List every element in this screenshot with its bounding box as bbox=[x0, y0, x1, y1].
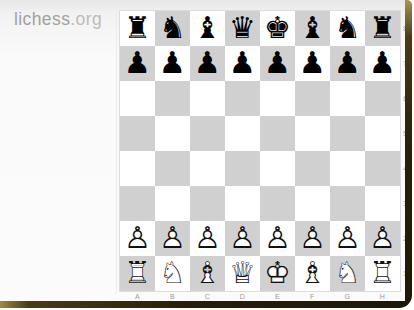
column-divider bbox=[116, 12, 117, 294]
square-a1[interactable]: ♜♖ bbox=[120, 256, 155, 291]
square-g2[interactable]: ♟♙ bbox=[330, 221, 365, 256]
square-a5[interactable] bbox=[120, 116, 155, 151]
square-b4[interactable] bbox=[155, 151, 190, 186]
logo-text-main: lichess bbox=[14, 9, 70, 29]
square-f8[interactable]: ♝ bbox=[295, 11, 330, 46]
piece-black-rook[interactable]: ♜ bbox=[120, 11, 155, 46]
square-b6[interactable] bbox=[155, 81, 190, 116]
piece-white-pawn[interactable]: ♟♙ bbox=[365, 221, 400, 256]
square-f3[interactable] bbox=[295, 186, 330, 221]
square-g8[interactable]: ♞ bbox=[330, 11, 365, 46]
piece-white-knight[interactable]: ♞♘ bbox=[330, 256, 365, 291]
page-background: lichess.org ♜♞♝♛♚♝♞♜♟♟♟♟♟♟♟♟♟♙♟♙♟♙♟♙♟♙♟♙… bbox=[0, 0, 405, 301]
lichess-logo[interactable]: lichess.org bbox=[14, 9, 102, 30]
square-a7[interactable]: ♟ bbox=[120, 46, 155, 81]
square-d3[interactable] bbox=[225, 186, 260, 221]
piece-white-pawn[interactable]: ♟♙ bbox=[120, 221, 155, 256]
square-h4[interactable] bbox=[365, 151, 400, 186]
piece-outline-layer: ♙ bbox=[225, 221, 260, 256]
piece-glyph: ♟ bbox=[190, 46, 225, 81]
square-h2[interactable]: ♟♙ bbox=[365, 221, 400, 256]
square-f5[interactable] bbox=[295, 116, 330, 151]
piece-outline-layer: ♙ bbox=[120, 221, 155, 256]
square-d4[interactable] bbox=[225, 151, 260, 186]
file-label-c: C bbox=[190, 292, 225, 301]
square-e7[interactable]: ♟ bbox=[260, 46, 295, 81]
square-h8[interactable]: ♜ bbox=[365, 11, 400, 46]
square-b8[interactable]: ♞ bbox=[155, 11, 190, 46]
piece-black-pawn[interactable]: ♟ bbox=[225, 46, 260, 81]
square-a8[interactable]: ♜ bbox=[120, 11, 155, 46]
piece-black-pawn[interactable]: ♟ bbox=[190, 46, 225, 81]
piece-black-knight[interactable]: ♞ bbox=[155, 11, 190, 46]
piece-white-bishop[interactable]: ♝♗ bbox=[295, 256, 330, 291]
piece-black-pawn[interactable]: ♟ bbox=[330, 46, 365, 81]
piece-black-pawn[interactable]: ♟ bbox=[120, 46, 155, 81]
square-f6[interactable] bbox=[295, 81, 330, 116]
frame-border-bottom bbox=[0, 301, 405, 308]
file-label-b: B bbox=[155, 292, 190, 301]
square-d2[interactable]: ♟♙ bbox=[225, 221, 260, 256]
piece-black-queen[interactable]: ♛ bbox=[225, 11, 260, 46]
square-h3[interactable] bbox=[365, 186, 400, 221]
piece-black-pawn[interactable]: ♟ bbox=[365, 46, 400, 81]
piece-glyph: ♞ bbox=[155, 11, 190, 46]
piece-glyph: ♝ bbox=[295, 11, 330, 46]
square-a6[interactable] bbox=[120, 81, 155, 116]
square-e5[interactable] bbox=[260, 116, 295, 151]
square-e2[interactable]: ♟♙ bbox=[260, 221, 295, 256]
piece-glyph: ♝ bbox=[190, 11, 225, 46]
piece-black-pawn[interactable]: ♟ bbox=[295, 46, 330, 81]
piece-black-rook[interactable]: ♜ bbox=[365, 11, 400, 46]
square-f4[interactable] bbox=[295, 151, 330, 186]
piece-outline-layer: ♙ bbox=[155, 221, 190, 256]
piece-glyph: ♟ bbox=[330, 46, 365, 81]
piece-glyph: ♟ bbox=[155, 46, 190, 81]
framed-screenshot: lichess.org ♜♞♝♛♚♝♞♜♟♟♟♟♟♟♟♟♟♙♟♙♟♙♟♙♟♙♟♙… bbox=[0, 0, 412, 308]
piece-white-pawn[interactable]: ♟♙ bbox=[190, 221, 225, 256]
square-d6[interactable] bbox=[225, 81, 260, 116]
piece-black-pawn[interactable]: ♟ bbox=[260, 46, 295, 81]
piece-white-bishop[interactable]: ♝♗ bbox=[190, 256, 225, 291]
piece-glyph: ♜ bbox=[365, 11, 400, 46]
frame-border-right bbox=[405, 0, 412, 308]
piece-outline-layer: ♙ bbox=[190, 221, 225, 256]
piece-black-pawn[interactable]: ♟ bbox=[155, 46, 190, 81]
chess-board[interactable]: ♜♞♝♛♚♝♞♜♟♟♟♟♟♟♟♟♟♙♟♙♟♙♟♙♟♙♟♙♟♙♟♙♜♖♞♘♝♗♛♕… bbox=[119, 10, 401, 292]
square-d8[interactable]: ♛ bbox=[225, 11, 260, 46]
square-h1[interactable]: ♜♖ bbox=[365, 256, 400, 291]
piece-white-pawn[interactable]: ♟♙ bbox=[330, 221, 365, 256]
piece-white-pawn[interactable]: ♟♙ bbox=[295, 221, 330, 256]
square-g7[interactable]: ♟ bbox=[330, 46, 365, 81]
file-label-f: F bbox=[295, 292, 330, 301]
square-c8[interactable]: ♝ bbox=[190, 11, 225, 46]
piece-outline-layer: ♗ bbox=[295, 256, 330, 291]
square-c3[interactable] bbox=[190, 186, 225, 221]
piece-glyph: ♟ bbox=[225, 46, 260, 81]
square-g3[interactable] bbox=[330, 186, 365, 221]
square-h5[interactable] bbox=[365, 116, 400, 151]
piece-outline-layer: ♖ bbox=[120, 256, 155, 291]
square-b3[interactable] bbox=[155, 186, 190, 221]
piece-outline-layer: ♙ bbox=[260, 221, 295, 256]
file-label-a: A bbox=[120, 292, 155, 301]
piece-white-knight[interactable]: ♞♘ bbox=[155, 256, 190, 291]
piece-black-king[interactable]: ♚ bbox=[260, 11, 295, 46]
piece-outline-layer: ♘ bbox=[330, 256, 365, 291]
square-e6[interactable] bbox=[260, 81, 295, 116]
square-e1[interactable]: ♚♔ bbox=[260, 256, 295, 291]
logo-text-suffix: .org bbox=[70, 9, 102, 29]
file-coordinates: ABCDEFGH bbox=[120, 292, 400, 301]
piece-outline-layer: ♘ bbox=[155, 256, 190, 291]
square-f7[interactable]: ♟ bbox=[295, 46, 330, 81]
square-b7[interactable]: ♟ bbox=[155, 46, 190, 81]
piece-white-pawn[interactable]: ♟♙ bbox=[260, 221, 295, 256]
square-h6[interactable] bbox=[365, 81, 400, 116]
square-e4[interactable] bbox=[260, 151, 295, 186]
piece-glyph: ♚ bbox=[260, 11, 295, 46]
square-f1[interactable]: ♝♗ bbox=[295, 256, 330, 291]
square-d7[interactable]: ♟ bbox=[225, 46, 260, 81]
square-c5[interactable] bbox=[190, 116, 225, 151]
piece-outline-layer: ♔ bbox=[260, 256, 295, 291]
piece-glyph: ♟ bbox=[120, 46, 155, 81]
square-c6[interactable] bbox=[190, 81, 225, 116]
square-b1[interactable]: ♞♘ bbox=[155, 256, 190, 291]
square-a2[interactable]: ♟♙ bbox=[120, 221, 155, 256]
square-b5[interactable] bbox=[155, 116, 190, 151]
piece-white-pawn[interactable]: ♟♙ bbox=[225, 221, 260, 256]
square-f2[interactable]: ♟♙ bbox=[295, 221, 330, 256]
piece-outline-layer: ♙ bbox=[330, 221, 365, 256]
piece-outline-layer: ♕ bbox=[225, 256, 260, 291]
piece-glyph: ♟ bbox=[260, 46, 295, 81]
piece-outline-layer: ♗ bbox=[190, 256, 225, 291]
file-label-e: E bbox=[260, 292, 295, 301]
file-label-d: D bbox=[225, 292, 260, 301]
file-label-g: G bbox=[330, 292, 365, 301]
square-c7[interactable]: ♟ bbox=[190, 46, 225, 81]
square-e8[interactable]: ♚ bbox=[260, 11, 295, 46]
piece-outline-layer: ♙ bbox=[295, 221, 330, 256]
piece-glyph: ♟ bbox=[365, 46, 400, 81]
square-h7[interactable]: ♟ bbox=[365, 46, 400, 81]
piece-outline-layer: ♖ bbox=[365, 256, 400, 291]
piece-black-bishop[interactable]: ♝ bbox=[190, 11, 225, 46]
square-a4[interactable] bbox=[120, 151, 155, 186]
file-label-h: H bbox=[365, 292, 400, 301]
square-g4[interactable] bbox=[330, 151, 365, 186]
piece-glyph: ♜ bbox=[120, 11, 155, 46]
piece-white-rook[interactable]: ♜♖ bbox=[365, 256, 400, 291]
piece-white-queen[interactable]: ♛♕ bbox=[225, 256, 260, 291]
piece-glyph: ♞ bbox=[330, 11, 365, 46]
square-c4[interactable] bbox=[190, 151, 225, 186]
piece-glyph: ♟ bbox=[295, 46, 330, 81]
square-a3[interactable] bbox=[120, 186, 155, 221]
piece-glyph: ♛ bbox=[225, 11, 260, 46]
square-g6[interactable] bbox=[330, 81, 365, 116]
square-d1[interactable]: ♛♕ bbox=[225, 256, 260, 291]
square-g5[interactable] bbox=[330, 116, 365, 151]
piece-white-rook[interactable]: ♜♖ bbox=[120, 256, 155, 291]
piece-outline-layer: ♙ bbox=[365, 221, 400, 256]
square-c2[interactable]: ♟♙ bbox=[190, 221, 225, 256]
square-g1[interactable]: ♞♘ bbox=[330, 256, 365, 291]
square-c1[interactable]: ♝♗ bbox=[190, 256, 225, 291]
piece-black-knight[interactable]: ♞ bbox=[330, 11, 365, 46]
piece-black-bishop[interactable]: ♝ bbox=[295, 11, 330, 46]
square-e3[interactable] bbox=[260, 186, 295, 221]
piece-white-king[interactable]: ♚♔ bbox=[260, 256, 295, 291]
square-b2[interactable]: ♟♙ bbox=[155, 221, 190, 256]
piece-white-pawn[interactable]: ♟♙ bbox=[155, 221, 190, 256]
square-d5[interactable] bbox=[225, 116, 260, 151]
